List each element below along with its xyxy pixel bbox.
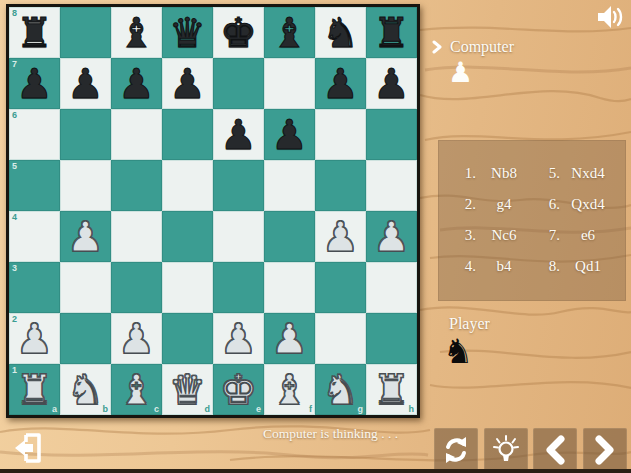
rank-label-5: 5: [12, 161, 17, 171]
move-san: b4: [484, 258, 524, 275]
move-entry: 8.Qd1: [536, 251, 620, 282]
black-pawn-e6[interactable]: ♟: [220, 112, 257, 158]
undo-move-button[interactable]: [533, 428, 577, 472]
computer-label: Computer: [450, 38, 514, 56]
move-entry: 2.g4: [452, 189, 536, 220]
square-a5[interactable]: 5: [9, 160, 60, 211]
white-rook-h1[interactable]: ♜: [373, 367, 410, 413]
square-h7[interactable]: ♟: [366, 58, 417, 109]
square-d5[interactable]: [162, 160, 213, 211]
white-pawn-g4[interactable]: ♟: [322, 214, 359, 260]
move-number: 7.: [536, 227, 560, 244]
white-bishop-c1[interactable]: ♝: [118, 367, 155, 413]
black-knight-g8[interactable]: ♞: [322, 10, 359, 56]
square-h1[interactable]: h♜: [366, 364, 417, 415]
square-h2[interactable]: [366, 313, 417, 364]
square-g5[interactable]: [315, 160, 366, 211]
move-number: 4.: [452, 258, 476, 275]
square-g3[interactable]: [315, 262, 366, 313]
square-f5[interactable]: [264, 160, 315, 211]
chevron-right-icon: [592, 435, 618, 465]
square-g8[interactable]: ♞: [315, 7, 366, 58]
speaker-on-icon: [595, 2, 627, 32]
square-e2[interactable]: ♟: [213, 313, 264, 364]
square-a1[interactable]: 1a♜: [9, 364, 60, 415]
black-pawn-h7[interactable]: ♟: [373, 61, 410, 107]
move-number: 6.: [536, 196, 560, 213]
square-h4[interactable]: ♟: [366, 211, 417, 262]
black-rook-h8[interactable]: ♜: [373, 10, 410, 56]
white-pawn-c2[interactable]: ♟: [118, 316, 155, 362]
white-pawn-f2[interactable]: ♟: [271, 316, 308, 362]
square-e6[interactable]: ♟: [213, 109, 264, 160]
square-a4[interactable]: 4: [9, 211, 60, 262]
square-d1[interactable]: d♛: [162, 364, 213, 415]
bottom-edge-strip: [0, 469, 631, 473]
white-pawn-b4[interactable]: ♟: [67, 214, 104, 260]
black-pawn-g7[interactable]: ♟: [322, 61, 359, 107]
square-b5[interactable]: [60, 160, 111, 211]
square-d2[interactable]: [162, 313, 213, 364]
exit-button[interactable]: [12, 429, 46, 467]
square-e4[interactable]: [213, 211, 264, 262]
chess-board: 8♜♝♛♚♝♞♜7♟♟♟♟♟♟6♟♟54♟♟♟32♟♟♟♟1a♜b♞c♝d♛e♚…: [6, 4, 420, 418]
square-c1[interactable]: c♝: [111, 364, 162, 415]
move-number: 2.: [452, 196, 476, 213]
move-number: 1.: [452, 165, 476, 182]
move-entry: 3.Nc6: [452, 220, 536, 251]
move-san: Qd1: [568, 258, 608, 275]
white-pawn-a2[interactable]: ♟: [16, 316, 53, 362]
white-knight-g1[interactable]: ♞: [322, 367, 359, 413]
rank-label-3: 3: [12, 263, 17, 273]
square-f1[interactable]: f♝: [264, 364, 315, 415]
sound-button[interactable]: [595, 2, 627, 32]
square-c3[interactable]: [111, 262, 162, 313]
square-e3[interactable]: [213, 262, 264, 313]
square-c6[interactable]: [111, 109, 162, 160]
restart-button[interactable]: [434, 428, 478, 472]
move-entry: 4.b4: [452, 251, 536, 282]
square-a6[interactable]: 6: [9, 109, 60, 160]
square-h6[interactable]: [366, 109, 417, 160]
square-g7[interactable]: ♟: [315, 58, 366, 109]
file-label-f: f: [309, 404, 312, 414]
move-san: Qxd4: [568, 196, 608, 213]
square-c2[interactable]: ♟: [111, 313, 162, 364]
square-b3[interactable]: [60, 262, 111, 313]
exit-icon: [12, 429, 46, 467]
square-a3[interactable]: 3: [9, 262, 60, 313]
white-pawn-h4[interactable]: ♟: [373, 214, 410, 260]
black-pawn-c7[interactable]: ♟: [118, 61, 155, 107]
square-f2[interactable]: ♟: [264, 313, 315, 364]
square-g2[interactable]: [315, 313, 366, 364]
square-b8[interactable]: [60, 7, 111, 58]
square-d6[interactable]: [162, 109, 213, 160]
chevron-left-icon: [542, 435, 568, 465]
black-king-e8[interactable]: ♚: [220, 10, 257, 56]
square-f3[interactable]: [264, 262, 315, 313]
square-h8[interactable]: ♜: [366, 7, 417, 58]
black-rook-a8[interactable]: ♜: [16, 10, 53, 56]
captured-white-pawn-icon: ♟: [448, 56, 473, 89]
square-a8[interactable]: 8♜: [9, 7, 60, 58]
black-pawn-a7[interactable]: ♟: [16, 61, 53, 107]
square-d4[interactable]: [162, 211, 213, 262]
square-g4[interactable]: ♟: [315, 211, 366, 262]
square-a7[interactable]: 7♟: [9, 58, 60, 109]
status-text: Computer is thinking . . .: [263, 426, 433, 442]
move-san: Nb8: [484, 165, 524, 182]
move-list-panel: 1.Nb85.Nxd42.g46.Qxd43.Nc67.e64.b48.Qd1: [438, 140, 626, 301]
move-san: Nc6: [484, 227, 524, 244]
rank-label-6: 6: [12, 110, 17, 120]
square-c8[interactable]: ♝: [111, 7, 162, 58]
square-a2[interactable]: 2♟: [9, 313, 60, 364]
white-knight-b1[interactable]: ♞: [67, 367, 104, 413]
chevron-right-icon[interactable]: [430, 40, 444, 54]
white-rook-a1[interactable]: ♜: [16, 367, 53, 413]
square-g1[interactable]: g♞: [315, 364, 366, 415]
player-label: Player: [449, 315, 490, 332]
white-bishop-f1[interactable]: ♝: [271, 367, 308, 413]
lightbulb-icon: [490, 434, 522, 466]
move-entry: 7.e6: [536, 220, 620, 251]
move-san: e6: [568, 227, 608, 244]
white-pawn-e2[interactable]: ♟: [220, 316, 257, 362]
square-f8[interactable]: ♝: [264, 7, 315, 58]
black-pawn-f6[interactable]: ♟: [271, 112, 308, 158]
black-queen-d8[interactable]: ♛: [169, 10, 206, 56]
move-san: g4: [484, 196, 524, 213]
square-e1[interactable]: e♚: [213, 364, 264, 415]
square-f4[interactable]: [264, 211, 315, 262]
rank-label-4: 4: [12, 212, 17, 222]
square-c5[interactable]: [111, 160, 162, 211]
square-h5[interactable]: [366, 160, 417, 211]
square-f6[interactable]: ♟: [264, 109, 315, 160]
square-d7[interactable]: ♟: [162, 58, 213, 109]
move-number: 3.: [452, 227, 476, 244]
square-b6[interactable]: [60, 109, 111, 160]
move-number: 5.: [536, 165, 560, 182]
redo-move-button[interactable]: [583, 428, 627, 472]
black-bishop-c8[interactable]: ♝: [118, 10, 155, 56]
square-c7[interactable]: ♟: [111, 58, 162, 109]
square-b2[interactable]: [60, 313, 111, 364]
move-number: 8.: [536, 258, 560, 275]
move-entry: 5.Nxd4: [536, 158, 620, 189]
square-e8[interactable]: ♚: [213, 7, 264, 58]
square-b1[interactable]: b♞: [60, 364, 111, 415]
square-d8[interactable]: ♛: [162, 7, 213, 58]
square-f7[interactable]: [264, 58, 315, 109]
move-entry: 6.Qxd4: [536, 189, 620, 220]
black-pawn-d7[interactable]: ♟: [169, 61, 206, 107]
restart-icon: [441, 435, 471, 465]
white-king-e1[interactable]: ♚: [220, 367, 257, 413]
hint-button[interactable]: [484, 428, 528, 472]
black-bishop-f8[interactable]: ♝: [271, 10, 308, 56]
square-d3[interactable]: [162, 262, 213, 313]
square-h3[interactable]: [366, 262, 417, 313]
square-b4[interactable]: ♟: [60, 211, 111, 262]
square-b7[interactable]: ♟: [60, 58, 111, 109]
square-c4[interactable]: [111, 211, 162, 262]
square-e5[interactable]: [213, 160, 264, 211]
computer-section-header: Computer: [430, 38, 514, 56]
move-san: Nxd4: [568, 165, 608, 182]
white-queen-d1[interactable]: ♛: [169, 367, 206, 413]
square-e7[interactable]: [213, 58, 264, 109]
captured-black-knight-icon: ♞: [443, 331, 473, 371]
square-g6[interactable]: [315, 109, 366, 160]
move-entry: 1.Nb8: [452, 158, 536, 189]
black-pawn-b7[interactable]: ♟: [67, 61, 104, 107]
